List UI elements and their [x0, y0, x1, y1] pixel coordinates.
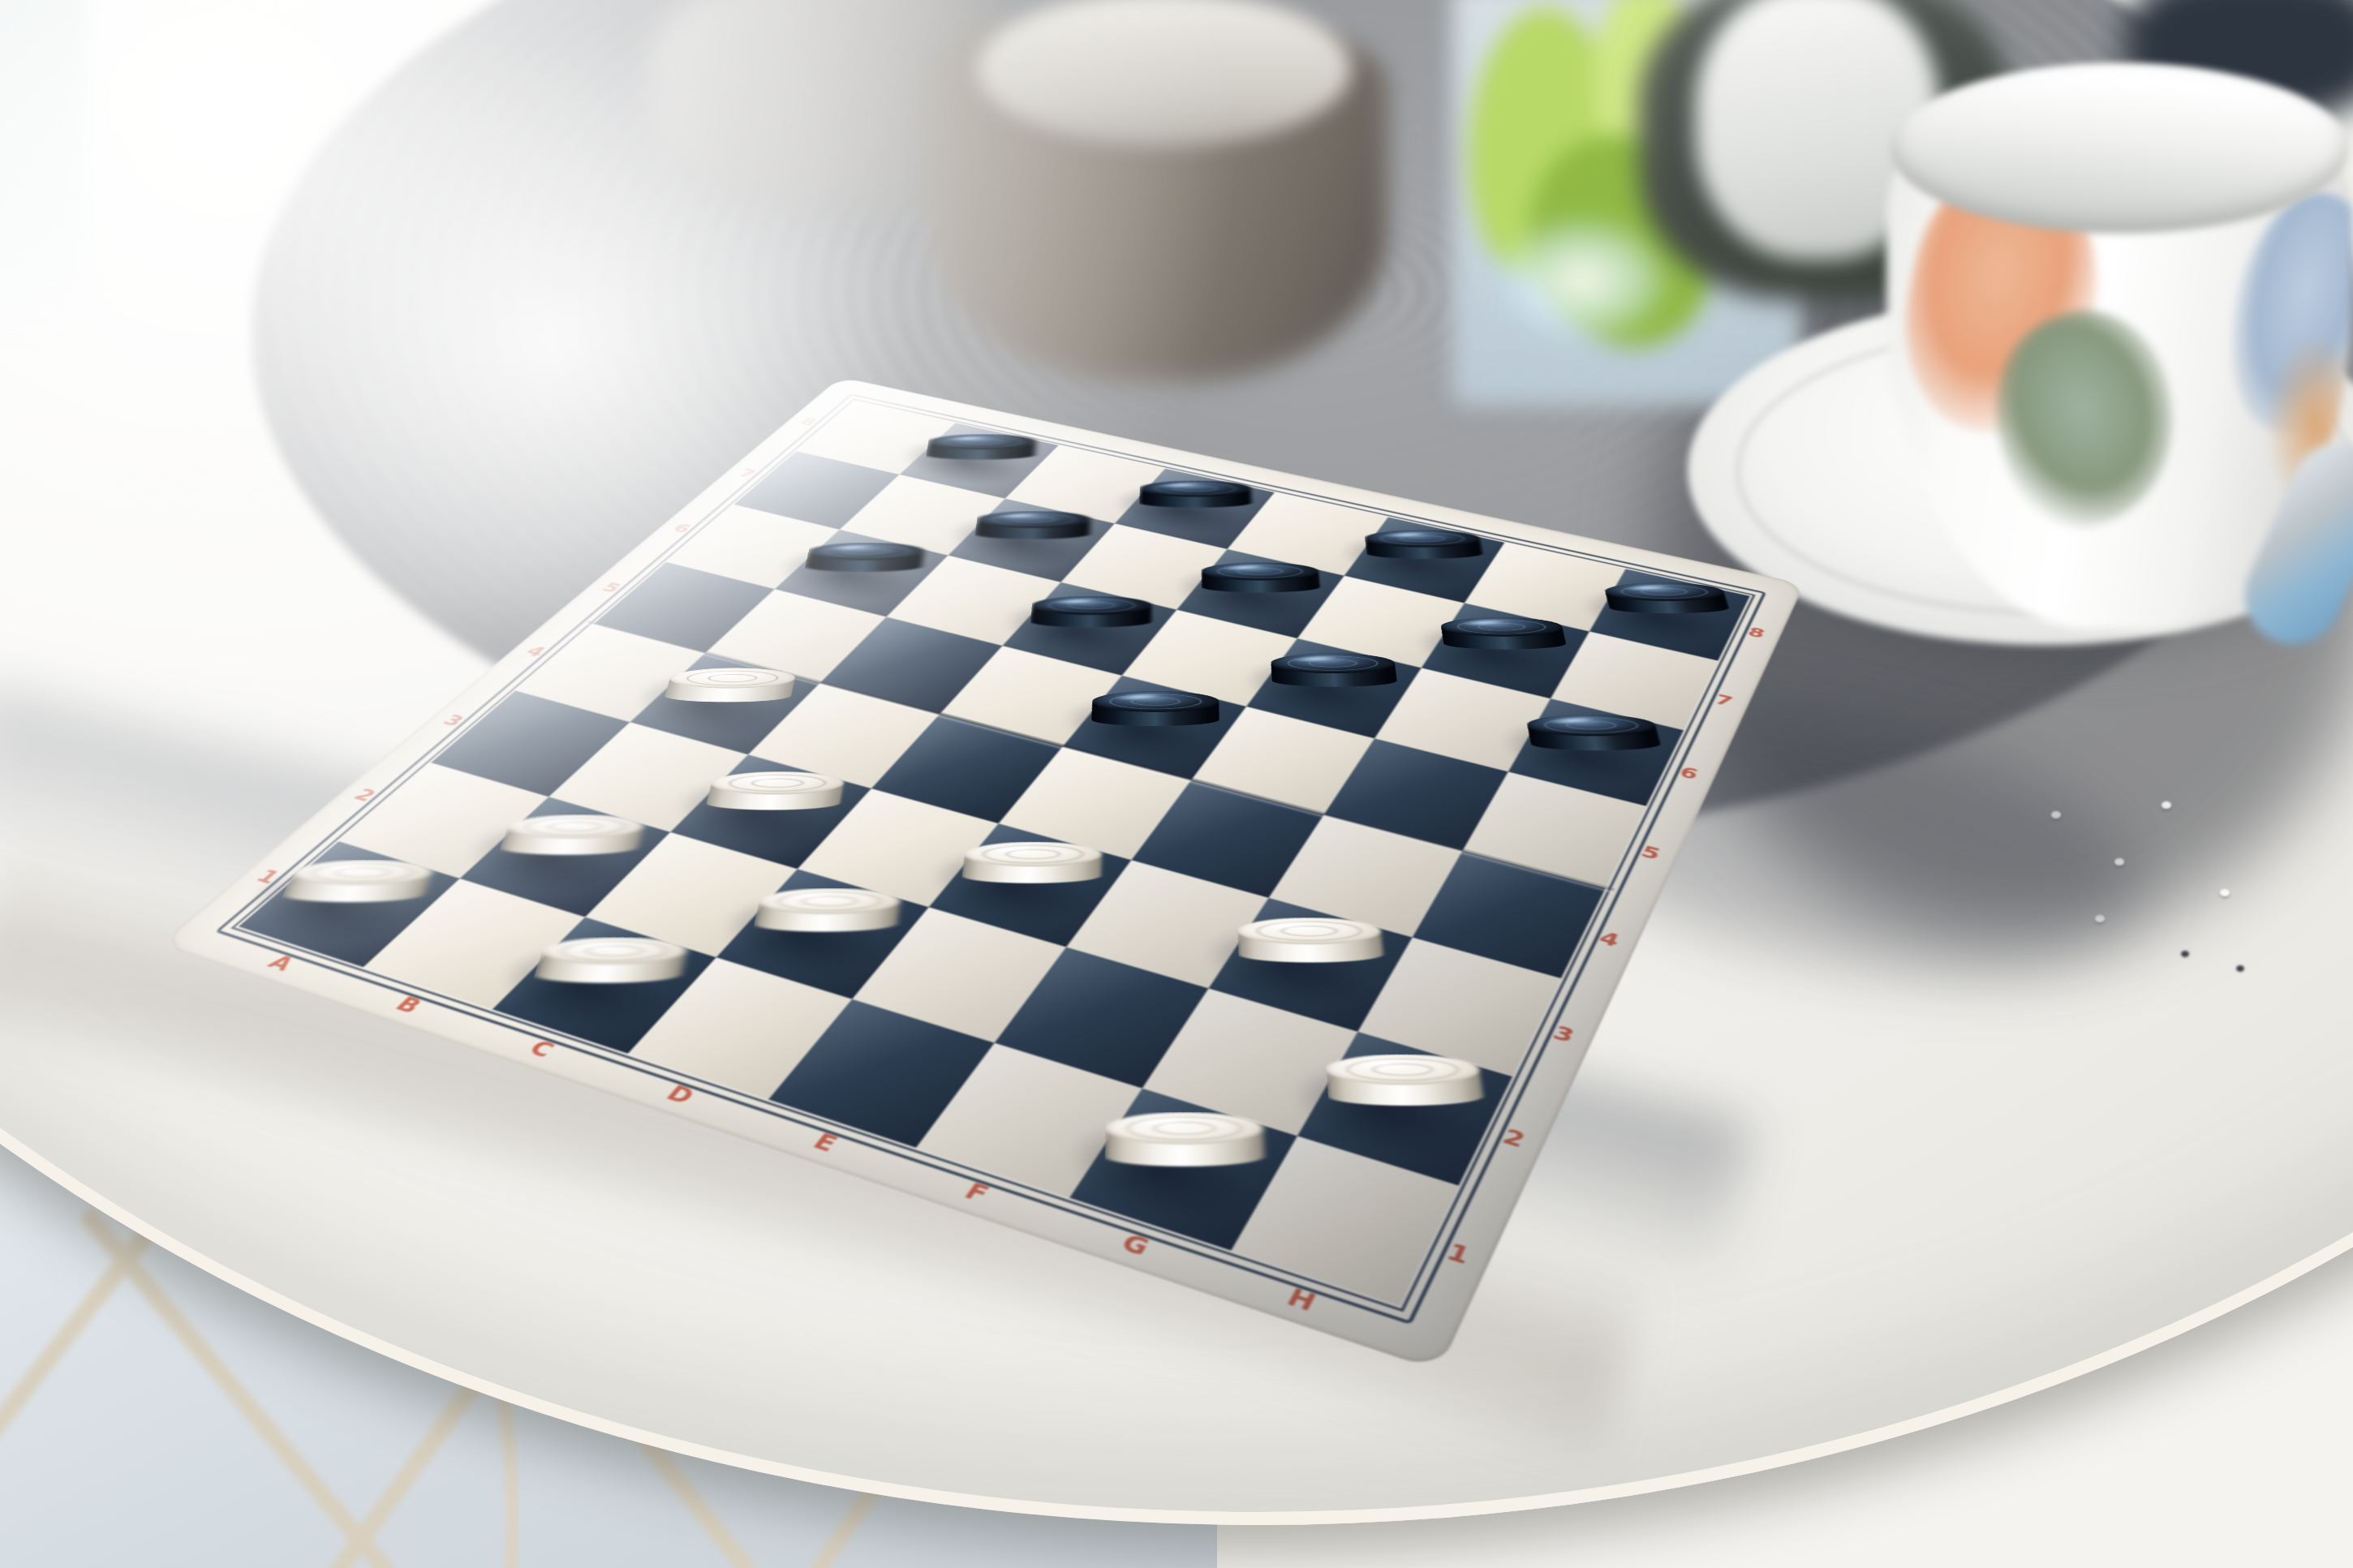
photo-stage: ABCDEFGH1122334455667788 ⛂⛂⛂⛂⛂⛂⛂⛂⛂⛂⛂⛂⛀⛀⛀…: [0, 0, 2353, 1568]
checker-top: [1270, 653, 1396, 673]
checker-top: [1202, 562, 1320, 580]
board-3d-scene: ABCDEFGH1122334455667788 ⛂⛂⛂⛂⛂⛂⛂⛂⛂⛂⛂⛂⛀⛀⛀…: [0, 0, 2353, 1568]
checker-top: [1439, 617, 1564, 637]
board-plane: ABCDEFGH1122334455667788 ⛂⛂⛂⛂⛂⛂⛂⛂⛂⛂⛂⛂⛀⛀⛀…: [159, 377, 1805, 1371]
checker-top: [976, 511, 1091, 528]
checker-top: [1139, 481, 1251, 497]
checker-top: [1031, 596, 1152, 615]
checker-top: [1092, 691, 1220, 712]
